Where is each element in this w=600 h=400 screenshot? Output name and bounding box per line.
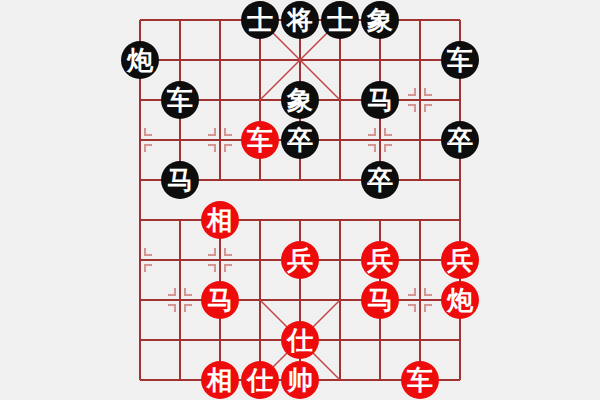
piece-red-general[interactable]: 帅 (281, 361, 319, 399)
piece-red-advisor[interactable]: 仕 (241, 361, 279, 399)
piece-red-elephant[interactable]: 相 (201, 361, 239, 399)
piece-red-chariot[interactable]: 车 (401, 361, 439, 399)
piece-red-elephant[interactable]: 相 (201, 201, 239, 239)
piece-black-chariot[interactable]: 车 (441, 41, 479, 79)
piece-red-soldier[interactable]: 兵 (281, 241, 319, 279)
piece-black-cannon[interactable]: 炮 (121, 41, 159, 79)
piece-black-soldier[interactable]: 卒 (441, 121, 479, 159)
piece-red-horse[interactable]: 马 (361, 281, 399, 319)
piece-black-advisor[interactable]: 士 (321, 1, 359, 39)
piece-red-horse[interactable]: 马 (201, 281, 239, 319)
piece-black-horse[interactable]: 马 (361, 81, 399, 119)
piece-black-soldier[interactable]: 卒 (281, 121, 319, 159)
piece-black-elephant[interactable]: 象 (281, 81, 319, 119)
piece-black-chariot[interactable]: 车 (161, 81, 199, 119)
piece-red-soldier[interactable]: 兵 (441, 241, 479, 279)
piece-red-cannon[interactable]: 炮 (441, 281, 479, 319)
piece-red-advisor[interactable]: 仕 (281, 321, 319, 359)
piece-black-elephant[interactable]: 象 (361, 1, 399, 39)
piece-red-chariot[interactable]: 车 (241, 121, 279, 159)
piece-red-soldier[interactable]: 兵 (361, 241, 399, 279)
piece-black-general[interactable]: 将 (281, 1, 319, 39)
xiangqi-board-screen: 士将士象炮车车象马卒卒马卒车相兵兵兵马马炮仕相仕帅车 (0, 0, 600, 400)
piece-black-advisor[interactable]: 士 (241, 1, 279, 39)
board-grid[interactable]: 士将士象炮车车象马卒卒马卒车相兵兵兵马马炮仕相仕帅车 (120, 0, 480, 400)
piece-black-soldier[interactable]: 卒 (361, 161, 399, 199)
piece-black-horse[interactable]: 马 (161, 161, 199, 199)
